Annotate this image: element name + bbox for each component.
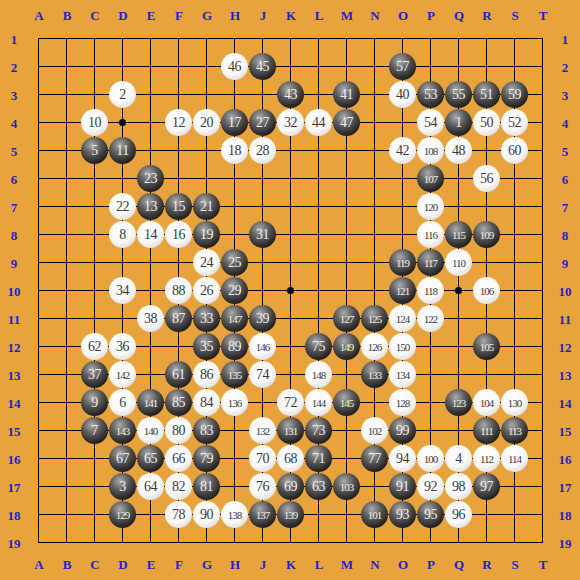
intersection-Q7[interactable] — [445, 193, 473, 221]
intersection-R7[interactable] — [473, 193, 501, 221]
intersection-E18[interactable] — [137, 501, 165, 529]
intersection-K12[interactable] — [277, 333, 305, 361]
intersection-G3[interactable] — [193, 81, 221, 109]
stone-white-110[interactable]: 110 — [445, 249, 472, 276]
intersection-Q9[interactable]: 110 — [445, 249, 473, 277]
stone-black-119[interactable]: 119 — [389, 249, 416, 276]
stone-black-55[interactable]: 55 — [445, 81, 472, 108]
intersection-C6[interactable] — [81, 165, 109, 193]
intersection-N2[interactable] — [361, 53, 389, 81]
intersection-H12[interactable]: 89 — [221, 333, 249, 361]
stone-white-112[interactable]: 112 — [473, 445, 500, 472]
intersection-H15[interactable] — [221, 417, 249, 445]
intersection-G13[interactable]: 86 — [193, 361, 221, 389]
intersection-Q13[interactable] — [445, 361, 473, 389]
stone-black-1[interactable]: 1 — [445, 109, 472, 136]
intersection-K11[interactable] — [277, 305, 305, 333]
intersection-G16[interactable]: 79 — [193, 445, 221, 473]
intersection-K7[interactable] — [277, 193, 305, 221]
stone-black-133[interactable]: 133 — [361, 361, 388, 388]
stone-black-141[interactable]: 141 — [137, 389, 164, 416]
stone-black-45[interactable]: 45 — [249, 53, 276, 80]
stone-black-111[interactable]: 111 — [473, 417, 500, 444]
stone-white-100[interactable]: 100 — [417, 445, 444, 472]
intersection-B3[interactable] — [53, 81, 81, 109]
intersection-H14[interactable]: 136 — [221, 389, 249, 417]
intersection-T19[interactable] — [529, 529, 557, 557]
intersection-P10[interactable]: 118 — [417, 277, 445, 305]
intersection-G5[interactable] — [193, 137, 221, 165]
intersection-R19[interactable] — [473, 529, 501, 557]
intersection-E9[interactable] — [137, 249, 165, 277]
intersection-R15[interactable]: 111 — [473, 417, 501, 445]
intersection-C3[interactable] — [81, 81, 109, 109]
intersection-C19[interactable] — [81, 529, 109, 557]
stone-black-73[interactable]: 73 — [305, 417, 332, 444]
stone-black-47[interactable]: 47 — [333, 109, 360, 136]
intersection-D12[interactable]: 36 — [109, 333, 137, 361]
intersection-L19[interactable] — [305, 529, 333, 557]
intersection-G1[interactable] — [193, 25, 221, 53]
intersection-H7[interactable] — [221, 193, 249, 221]
intersection-J13[interactable]: 74 — [249, 361, 277, 389]
intersection-F10[interactable]: 88 — [165, 277, 193, 305]
intersection-O12[interactable]: 150 — [389, 333, 417, 361]
stone-black-61[interactable]: 61 — [165, 361, 192, 388]
stone-white-62[interactable]: 62 — [81, 333, 108, 360]
intersection-T10[interactable] — [529, 277, 557, 305]
intersection-T4[interactable] — [529, 109, 557, 137]
intersection-C15[interactable]: 7 — [81, 417, 109, 445]
stone-white-76[interactable]: 76 — [249, 473, 276, 500]
intersection-P18[interactable]: 95 — [417, 501, 445, 529]
intersection-T14[interactable] — [529, 389, 557, 417]
intersection-M3[interactable]: 41 — [333, 81, 361, 109]
stone-white-42[interactable]: 42 — [389, 137, 416, 164]
intersection-D6[interactable] — [109, 165, 137, 193]
intersection-A18[interactable] — [25, 501, 53, 529]
stone-white-124[interactable]: 124 — [389, 305, 416, 332]
intersection-D7[interactable]: 22 — [109, 193, 137, 221]
intersection-H5[interactable]: 18 — [221, 137, 249, 165]
intersection-Q2[interactable] — [445, 53, 473, 81]
stone-white-60[interactable]: 60 — [501, 137, 528, 164]
intersection-D14[interactable]: 6 — [109, 389, 137, 417]
intersection-B6[interactable] — [53, 165, 81, 193]
stone-white-34[interactable]: 34 — [109, 277, 136, 304]
intersection-E8[interactable]: 14 — [137, 221, 165, 249]
intersection-A7[interactable] — [25, 193, 53, 221]
intersection-M8[interactable] — [333, 221, 361, 249]
intersection-N18[interactable]: 101 — [361, 501, 389, 529]
stone-white-8[interactable]: 8 — [109, 221, 136, 248]
intersection-B5[interactable] — [53, 137, 81, 165]
intersection-H11[interactable]: 147 — [221, 305, 249, 333]
intersection-T18[interactable] — [529, 501, 557, 529]
stone-white-44[interactable]: 44 — [305, 109, 332, 136]
intersection-A3[interactable] — [25, 81, 53, 109]
intersection-C10[interactable] — [81, 277, 109, 305]
intersection-T5[interactable] — [529, 137, 557, 165]
intersection-E10[interactable] — [137, 277, 165, 305]
intersection-G11[interactable]: 33 — [193, 305, 221, 333]
intersection-A15[interactable] — [25, 417, 53, 445]
intersection-H1[interactable] — [221, 25, 249, 53]
intersection-B4[interactable] — [53, 109, 81, 137]
stone-black-125[interactable]: 125 — [361, 305, 388, 332]
intersection-J4[interactable]: 27 — [249, 109, 277, 137]
stone-black-67[interactable]: 67 — [109, 445, 136, 472]
intersection-Q3[interactable]: 55 — [445, 81, 473, 109]
intersection-P6[interactable]: 107 — [417, 165, 445, 193]
intersection-P3[interactable]: 53 — [417, 81, 445, 109]
intersection-G17[interactable]: 81 — [193, 473, 221, 501]
stone-black-91[interactable]: 91 — [389, 473, 416, 500]
intersection-N4[interactable] — [361, 109, 389, 137]
intersection-K9[interactable] — [277, 249, 305, 277]
intersection-O5[interactable]: 42 — [389, 137, 417, 165]
stone-white-16[interactable]: 16 — [165, 221, 192, 248]
intersection-E4[interactable] — [137, 109, 165, 137]
stone-black-9[interactable]: 9 — [81, 389, 108, 416]
intersection-F5[interactable] — [165, 137, 193, 165]
stone-white-54[interactable]: 54 — [417, 109, 444, 136]
stone-black-121[interactable]: 121 — [389, 277, 416, 304]
intersection-O2[interactable]: 57 — [389, 53, 417, 81]
intersection-G8[interactable]: 19 — [193, 221, 221, 249]
intersection-D11[interactable] — [109, 305, 137, 333]
intersection-K14[interactable]: 72 — [277, 389, 305, 417]
intersection-S8[interactable] — [501, 221, 529, 249]
stone-white-68[interactable]: 68 — [277, 445, 304, 472]
intersection-N19[interactable] — [361, 529, 389, 557]
intersection-D9[interactable] — [109, 249, 137, 277]
intersection-Q18[interactable]: 96 — [445, 501, 473, 529]
intersection-G19[interactable] — [193, 529, 221, 557]
intersection-O4[interactable] — [389, 109, 417, 137]
intersection-R1[interactable] — [473, 25, 501, 53]
intersection-G7[interactable]: 21 — [193, 193, 221, 221]
intersection-L13[interactable]: 148 — [305, 361, 333, 389]
stone-black-51[interactable]: 51 — [473, 81, 500, 108]
intersection-P5[interactable]: 108 — [417, 137, 445, 165]
intersection-L12[interactable]: 75 — [305, 333, 333, 361]
stone-white-20[interactable]: 20 — [193, 109, 220, 136]
intersection-A6[interactable] — [25, 165, 53, 193]
stone-white-138[interactable]: 138 — [221, 501, 248, 528]
stone-white-18[interactable]: 18 — [221, 137, 248, 164]
intersection-R17[interactable]: 97 — [473, 473, 501, 501]
intersection-O18[interactable]: 93 — [389, 501, 417, 529]
stone-white-122[interactable]: 122 — [417, 305, 444, 332]
stone-white-36[interactable]: 36 — [109, 333, 136, 360]
stone-white-148[interactable]: 148 — [305, 361, 332, 388]
stone-white-88[interactable]: 88 — [165, 277, 192, 304]
intersection-F14[interactable]: 85 — [165, 389, 193, 417]
intersection-O1[interactable] — [389, 25, 417, 53]
stone-white-12[interactable]: 12 — [165, 109, 192, 136]
intersection-R12[interactable]: 105 — [473, 333, 501, 361]
intersection-C14[interactable]: 9 — [81, 389, 109, 417]
intersection-J14[interactable] — [249, 389, 277, 417]
stone-black-43[interactable]: 43 — [277, 81, 304, 108]
intersection-M16[interactable] — [333, 445, 361, 473]
stone-white-46[interactable]: 46 — [221, 53, 248, 80]
stone-white-98[interactable]: 98 — [445, 473, 472, 500]
intersection-K1[interactable] — [277, 25, 305, 53]
intersection-C16[interactable] — [81, 445, 109, 473]
intersection-Q5[interactable]: 48 — [445, 137, 473, 165]
intersection-E14[interactable]: 141 — [137, 389, 165, 417]
intersection-L18[interactable] — [305, 501, 333, 529]
intersection-L11[interactable] — [305, 305, 333, 333]
intersection-T8[interactable] — [529, 221, 557, 249]
stone-white-80[interactable]: 80 — [165, 417, 192, 444]
intersection-D1[interactable] — [109, 25, 137, 53]
intersection-E2[interactable] — [137, 53, 165, 81]
stone-white-32[interactable]: 32 — [277, 109, 304, 136]
intersection-N11[interactable]: 125 — [361, 305, 389, 333]
intersection-P8[interactable]: 116 — [417, 221, 445, 249]
intersection-D17[interactable]: 3 — [109, 473, 137, 501]
stone-black-93[interactable]: 93 — [389, 501, 416, 528]
intersection-D18[interactable]: 129 — [109, 501, 137, 529]
stone-white-130[interactable]: 130 — [501, 389, 528, 416]
intersection-J12[interactable]: 146 — [249, 333, 277, 361]
stone-black-27[interactable]: 27 — [249, 109, 276, 136]
intersection-S18[interactable] — [501, 501, 529, 529]
intersection-L7[interactable] — [305, 193, 333, 221]
intersection-P7[interactable]: 120 — [417, 193, 445, 221]
intersection-E16[interactable]: 65 — [137, 445, 165, 473]
intersection-L10[interactable] — [305, 277, 333, 305]
intersection-E15[interactable]: 140 — [137, 417, 165, 445]
intersection-N7[interactable] — [361, 193, 389, 221]
intersection-T6[interactable] — [529, 165, 557, 193]
intersection-M2[interactable] — [333, 53, 361, 81]
intersection-H6[interactable] — [221, 165, 249, 193]
stone-black-115[interactable]: 115 — [445, 221, 472, 248]
stone-black-25[interactable]: 25 — [221, 249, 248, 276]
intersection-J8[interactable]: 31 — [249, 221, 277, 249]
intersection-F6[interactable] — [165, 165, 193, 193]
stone-black-145[interactable]: 145 — [333, 389, 360, 416]
intersection-K18[interactable]: 139 — [277, 501, 305, 529]
stone-black-5[interactable]: 5 — [81, 137, 108, 164]
intersection-B18[interactable] — [53, 501, 81, 529]
stone-black-3[interactable]: 3 — [109, 473, 136, 500]
intersection-G2[interactable] — [193, 53, 221, 81]
stone-black-71[interactable]: 71 — [305, 445, 332, 472]
stone-black-89[interactable]: 89 — [221, 333, 248, 360]
intersection-N8[interactable] — [361, 221, 389, 249]
intersection-H19[interactable] — [221, 529, 249, 557]
intersection-O16[interactable]: 94 — [389, 445, 417, 473]
stone-white-94[interactable]: 94 — [389, 445, 416, 472]
intersection-E17[interactable]: 64 — [137, 473, 165, 501]
intersection-S15[interactable]: 113 — [501, 417, 529, 445]
intersection-C11[interactable] — [81, 305, 109, 333]
intersection-J5[interactable]: 28 — [249, 137, 277, 165]
intersection-C1[interactable] — [81, 25, 109, 53]
intersection-R11[interactable] — [473, 305, 501, 333]
stone-white-52[interactable]: 52 — [501, 109, 528, 136]
intersection-S3[interactable]: 59 — [501, 81, 529, 109]
intersection-S7[interactable] — [501, 193, 529, 221]
intersection-J17[interactable]: 76 — [249, 473, 277, 501]
intersection-C12[interactable]: 62 — [81, 333, 109, 361]
intersection-N14[interactable] — [361, 389, 389, 417]
stone-white-78[interactable]: 78 — [165, 501, 192, 528]
intersection-C5[interactable]: 5 — [81, 137, 109, 165]
intersection-B2[interactable] — [53, 53, 81, 81]
intersection-G15[interactable]: 83 — [193, 417, 221, 445]
stone-white-126[interactable]: 126 — [361, 333, 388, 360]
stone-black-35[interactable]: 35 — [193, 333, 220, 360]
stone-white-22[interactable]: 22 — [109, 193, 136, 220]
stone-black-39[interactable]: 39 — [249, 305, 276, 332]
intersection-A1[interactable] — [25, 25, 53, 53]
intersection-L1[interactable] — [305, 25, 333, 53]
intersection-L16[interactable]: 71 — [305, 445, 333, 473]
intersection-T12[interactable] — [529, 333, 557, 361]
stone-black-69[interactable]: 69 — [277, 473, 304, 500]
intersection-S1[interactable] — [501, 25, 529, 53]
intersection-G6[interactable] — [193, 165, 221, 193]
intersection-F8[interactable]: 16 — [165, 221, 193, 249]
intersection-H17[interactable] — [221, 473, 249, 501]
intersection-B9[interactable] — [53, 249, 81, 277]
intersection-O17[interactable]: 91 — [389, 473, 417, 501]
stone-black-17[interactable]: 17 — [221, 109, 248, 136]
intersection-L3[interactable] — [305, 81, 333, 109]
stone-white-14[interactable]: 14 — [137, 221, 164, 248]
intersection-H3[interactable] — [221, 81, 249, 109]
intersection-J16[interactable]: 70 — [249, 445, 277, 473]
intersection-B16[interactable] — [53, 445, 81, 473]
intersection-G12[interactable]: 35 — [193, 333, 221, 361]
intersection-Q1[interactable] — [445, 25, 473, 53]
intersection-O11[interactable]: 124 — [389, 305, 417, 333]
intersection-P19[interactable] — [417, 529, 445, 557]
intersection-S11[interactable] — [501, 305, 529, 333]
intersection-B1[interactable] — [53, 25, 81, 53]
stone-white-4[interactable]: 4 — [445, 445, 472, 472]
intersection-D10[interactable]: 34 — [109, 277, 137, 305]
intersection-D2[interactable] — [109, 53, 137, 81]
stone-white-6[interactable]: 6 — [109, 389, 136, 416]
intersection-O19[interactable] — [389, 529, 417, 557]
intersection-D15[interactable]: 143 — [109, 417, 137, 445]
intersection-O6[interactable] — [389, 165, 417, 193]
stone-black-13[interactable]: 13 — [137, 193, 164, 220]
stone-black-97[interactable]: 97 — [473, 473, 500, 500]
intersection-S19[interactable] — [501, 529, 529, 557]
stone-black-123[interactable]: 123 — [445, 389, 472, 416]
intersection-O14[interactable]: 128 — [389, 389, 417, 417]
intersection-G14[interactable]: 84 — [193, 389, 221, 417]
intersection-K2[interactable] — [277, 53, 305, 81]
intersection-F17[interactable]: 82 — [165, 473, 193, 501]
intersection-A16[interactable] — [25, 445, 53, 473]
intersection-M15[interactable] — [333, 417, 361, 445]
stone-white-2[interactable]: 2 — [109, 81, 136, 108]
intersection-P11[interactable]: 122 — [417, 305, 445, 333]
stone-white-120[interactable]: 120 — [417, 193, 444, 220]
intersection-F4[interactable]: 12 — [165, 109, 193, 137]
intersection-F2[interactable] — [165, 53, 193, 81]
intersection-Q11[interactable] — [445, 305, 473, 333]
intersection-C7[interactable] — [81, 193, 109, 221]
intersection-T9[interactable] — [529, 249, 557, 277]
stone-white-84[interactable]: 84 — [193, 389, 220, 416]
intersection-H18[interactable]: 138 — [221, 501, 249, 529]
intersection-P2[interactable] — [417, 53, 445, 81]
intersection-H16[interactable] — [221, 445, 249, 473]
intersection-F1[interactable] — [165, 25, 193, 53]
intersection-K16[interactable]: 68 — [277, 445, 305, 473]
stone-white-24[interactable]: 24 — [193, 249, 220, 276]
intersection-J3[interactable] — [249, 81, 277, 109]
intersection-F7[interactable]: 15 — [165, 193, 193, 221]
intersection-N13[interactable]: 133 — [361, 361, 389, 389]
intersection-M4[interactable]: 47 — [333, 109, 361, 137]
stone-black-83[interactable]: 83 — [193, 417, 220, 444]
stone-black-131[interactable]: 131 — [277, 417, 304, 444]
stone-black-33[interactable]: 33 — [193, 305, 220, 332]
intersection-T11[interactable] — [529, 305, 557, 333]
intersection-T17[interactable] — [529, 473, 557, 501]
intersection-A17[interactable] — [25, 473, 53, 501]
stone-black-143[interactable]: 143 — [109, 417, 136, 444]
intersection-E5[interactable] — [137, 137, 165, 165]
intersection-R4[interactable]: 50 — [473, 109, 501, 137]
intersection-H4[interactable]: 17 — [221, 109, 249, 137]
intersection-B19[interactable] — [53, 529, 81, 557]
stone-black-57[interactable]: 57 — [389, 53, 416, 80]
intersection-F16[interactable]: 66 — [165, 445, 193, 473]
intersection-H10[interactable]: 29 — [221, 277, 249, 305]
intersection-Q19[interactable] — [445, 529, 473, 557]
intersection-A13[interactable] — [25, 361, 53, 389]
intersection-N12[interactable]: 126 — [361, 333, 389, 361]
stone-white-150[interactable]: 150 — [389, 333, 416, 360]
intersection-T2[interactable] — [529, 53, 557, 81]
intersection-G4[interactable]: 20 — [193, 109, 221, 137]
stone-black-127[interactable]: 127 — [333, 305, 360, 332]
intersection-A19[interactable] — [25, 529, 53, 557]
stone-black-137[interactable]: 137 — [249, 501, 276, 528]
intersection-D19[interactable] — [109, 529, 137, 557]
intersection-S6[interactable] — [501, 165, 529, 193]
intersection-F3[interactable] — [165, 81, 193, 109]
intersection-A5[interactable] — [25, 137, 53, 165]
intersection-S14[interactable]: 130 — [501, 389, 529, 417]
intersection-P1[interactable] — [417, 25, 445, 53]
intersection-Q16[interactable]: 4 — [445, 445, 473, 473]
stone-black-149[interactable]: 149 — [333, 333, 360, 360]
stone-black-77[interactable]: 77 — [361, 445, 388, 472]
stone-black-75[interactable]: 75 — [305, 333, 332, 360]
intersection-O8[interactable] — [389, 221, 417, 249]
stone-white-92[interactable]: 92 — [417, 473, 444, 500]
intersection-A10[interactable] — [25, 277, 53, 305]
stone-white-114[interactable]: 114 — [501, 445, 528, 472]
stone-black-31[interactable]: 31 — [249, 221, 276, 248]
intersection-R16[interactable]: 112 — [473, 445, 501, 473]
intersection-B11[interactable] — [53, 305, 81, 333]
stone-black-37[interactable]: 37 — [81, 361, 108, 388]
